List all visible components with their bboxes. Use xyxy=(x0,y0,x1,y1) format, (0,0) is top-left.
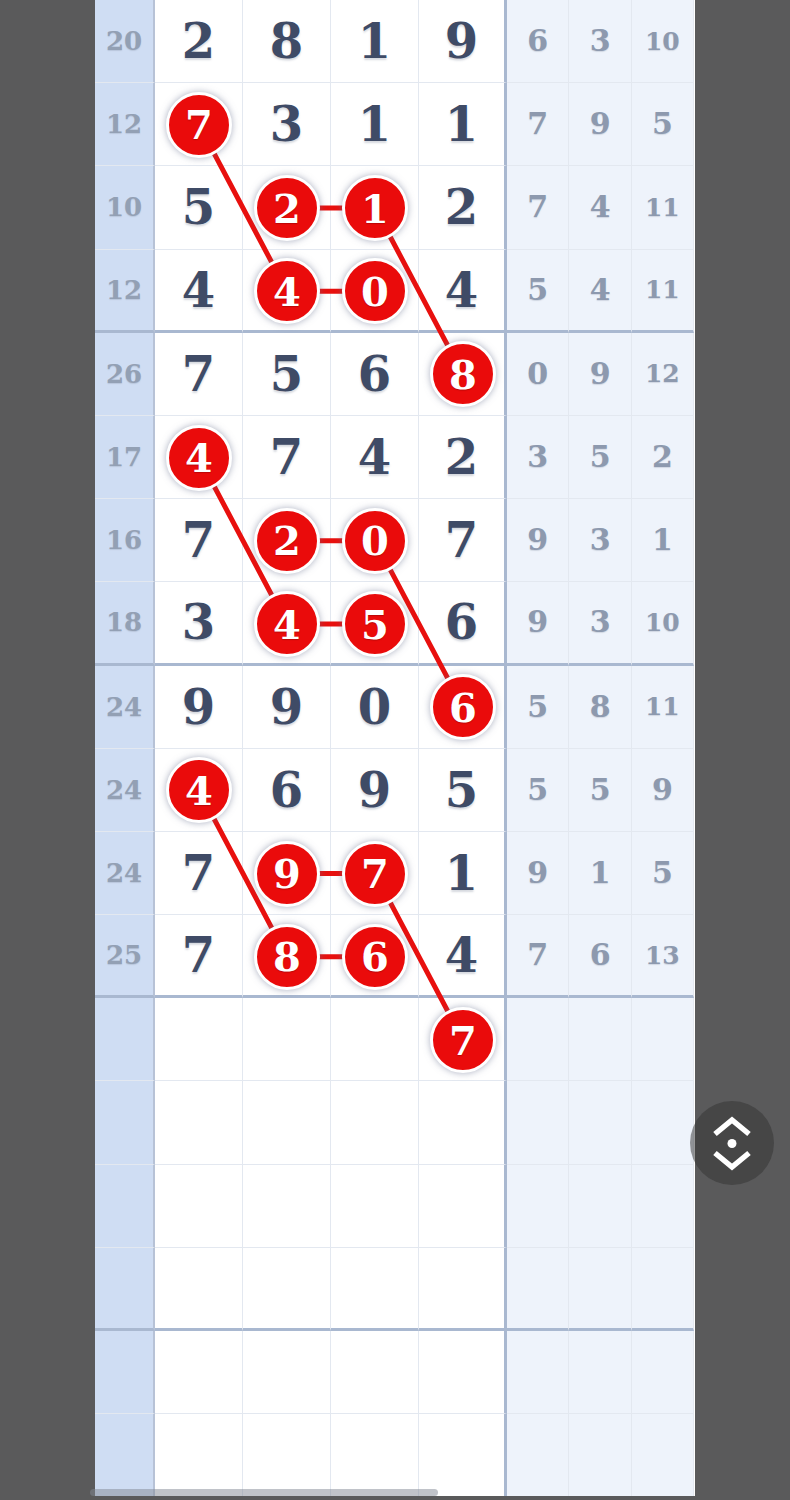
circled-number: 6 xyxy=(342,924,408,990)
stat-cell: 10 xyxy=(632,0,694,83)
empty-stat-cell xyxy=(569,1081,631,1164)
digit-cell: 6 xyxy=(419,582,507,665)
circled-number: 7 xyxy=(430,1007,496,1073)
digit-cell: 2 xyxy=(419,416,507,499)
horizontal-scrollbar-thumb[interactable] xyxy=(90,1489,438,1496)
stat-cell: 7 xyxy=(507,83,569,166)
digit-cell: 7 xyxy=(419,499,507,582)
digit-cell: 5 xyxy=(419,749,507,832)
stat-cell: 11 xyxy=(632,166,694,249)
stat-cell: 6 xyxy=(569,915,631,998)
empty-stat-cell xyxy=(507,1248,569,1331)
empty-stat-cell xyxy=(569,1248,631,1331)
stat-cell: 10 xyxy=(632,582,694,665)
empty-digit-cell xyxy=(419,1081,507,1164)
sum-cell: 18 xyxy=(95,582,155,665)
empty-digit-cell xyxy=(419,1165,507,1248)
circled-number: 6 xyxy=(430,674,496,740)
stat-cell: 9 xyxy=(632,749,694,832)
stat-cell: 5 xyxy=(569,749,631,832)
empty-stat-cell xyxy=(632,998,694,1081)
circled-number: 4 xyxy=(254,591,320,657)
stat-cell: 9 xyxy=(507,582,569,665)
stat-cell: 3 xyxy=(507,416,569,499)
stat-cell: 9 xyxy=(507,832,569,915)
stat-cell: 2 xyxy=(632,416,694,499)
circled-number: 1 xyxy=(342,175,408,241)
dot-icon xyxy=(728,1139,737,1148)
digit-cell: 7 xyxy=(155,832,243,915)
stat-cell: 8 xyxy=(569,666,631,749)
stat-cell: 5 xyxy=(507,250,569,333)
empty-digit-cell xyxy=(331,1331,419,1414)
chevron-up-icon xyxy=(715,1120,749,1134)
circled-number: 7 xyxy=(342,841,408,907)
stat-cell: 3 xyxy=(569,582,631,665)
stat-cell: 5 xyxy=(507,749,569,832)
empty-stat-cell xyxy=(569,1414,631,1497)
empty-digit-cell xyxy=(419,1414,507,1497)
empty-digit-cell xyxy=(243,1248,331,1331)
digit-cell: 1 xyxy=(419,83,507,166)
sum-cell: 17 xyxy=(95,416,155,499)
circled-number: 5 xyxy=(342,591,408,657)
circled-number: 0 xyxy=(342,508,408,574)
digit-cell: 1 xyxy=(331,0,419,83)
empty-digit-cell xyxy=(243,1414,331,1497)
stat-cell: 7 xyxy=(507,166,569,249)
stat-cell: 9 xyxy=(569,83,631,166)
empty-stat-cell xyxy=(632,1081,694,1164)
empty-digit-cell xyxy=(155,998,243,1081)
empty-stat-cell xyxy=(569,1165,631,1248)
digit-cell: 5 xyxy=(155,166,243,249)
digit-cell: 6 xyxy=(331,333,419,416)
circled-number: 4 xyxy=(254,258,320,324)
stat-cell: 5 xyxy=(632,83,694,166)
empty-digit-cell xyxy=(331,998,419,1081)
circled-number: 8 xyxy=(430,341,496,407)
stat-cell: 9 xyxy=(507,499,569,582)
digit-cell: 9 xyxy=(243,666,331,749)
empty-digit-cell xyxy=(155,1414,243,1497)
digit-cell: 3 xyxy=(155,582,243,665)
digit-cell: 1 xyxy=(331,83,419,166)
empty-stat-cell xyxy=(507,1331,569,1414)
empty-stat-cell xyxy=(507,1165,569,1248)
empty-stat-cell xyxy=(632,1414,694,1497)
stat-cell: 4 xyxy=(569,250,631,333)
sum-cell: 24 xyxy=(95,749,155,832)
empty-sum-cell xyxy=(95,1081,155,1164)
empty-sum-cell xyxy=(95,998,155,1081)
stat-cell: 12 xyxy=(632,333,694,416)
empty-digit-cell xyxy=(155,1331,243,1414)
digit-cell: 4 xyxy=(419,915,507,998)
stat-cell: 6 xyxy=(507,0,569,83)
stat-cell: 5 xyxy=(507,666,569,749)
sum-cell: 26 xyxy=(95,333,155,416)
empty-digit-cell xyxy=(331,1081,419,1164)
empty-sum-cell xyxy=(95,1331,155,1414)
digit-cell: 2 xyxy=(419,166,507,249)
stat-cell: 1 xyxy=(569,832,631,915)
digit-cell: 8 xyxy=(243,0,331,83)
circled-number: 4 xyxy=(166,757,232,823)
digit-cell: 3 xyxy=(243,83,331,166)
stat-cell: 5 xyxy=(632,832,694,915)
empty-stat-cell xyxy=(632,1331,694,1414)
digit-cell: 5 xyxy=(243,333,331,416)
empty-stat-cell xyxy=(507,998,569,1081)
circled-number: 7 xyxy=(166,92,232,158)
empty-digit-cell xyxy=(419,1248,507,1331)
empty-stat-cell xyxy=(569,998,631,1081)
digit-cell: 7 xyxy=(155,499,243,582)
sum-cell: 20 xyxy=(95,0,155,83)
empty-digit-cell xyxy=(243,1331,331,1414)
chevron-down-icon xyxy=(715,1153,749,1167)
bottom-edge-strip xyxy=(0,1496,790,1500)
circled-number: 8 xyxy=(254,924,320,990)
digit-cell: 7 xyxy=(243,416,331,499)
empty-digit-cell xyxy=(331,1414,419,1497)
stat-cell: 1 xyxy=(632,499,694,582)
stat-cell: 11 xyxy=(632,250,694,333)
stat-cell: 7 xyxy=(507,915,569,998)
sum-cell: 24 xyxy=(95,832,155,915)
digit-cell: 7 xyxy=(155,915,243,998)
stat-cell: 3 xyxy=(569,0,631,83)
circled-number: 0 xyxy=(342,258,408,324)
sum-cell: 24 xyxy=(95,666,155,749)
empty-stat-cell xyxy=(507,1414,569,1497)
stat-cell: 4 xyxy=(569,166,631,249)
stat-cell: 3 xyxy=(569,499,631,582)
empty-stat-cell xyxy=(632,1248,694,1331)
stat-cell: 9 xyxy=(569,333,631,416)
empty-sum-cell xyxy=(95,1165,155,1248)
circled-number: 4 xyxy=(166,425,232,491)
digit-cell: 9 xyxy=(419,0,507,83)
digit-cell: 9 xyxy=(331,749,419,832)
empty-sum-cell xyxy=(95,1414,155,1497)
empty-digit-cell xyxy=(419,1331,507,1414)
empty-digit-cell xyxy=(331,1248,419,1331)
empty-digit-cell xyxy=(155,1248,243,1331)
circled-number: 9 xyxy=(254,841,320,907)
digit-cell: 6 xyxy=(243,749,331,832)
empty-digit-cell xyxy=(155,1165,243,1248)
stat-cell: 0 xyxy=(507,333,569,416)
circled-number: 2 xyxy=(254,508,320,574)
empty-digit-cell xyxy=(155,1081,243,1164)
empty-digit-cell xyxy=(243,1165,331,1248)
empty-stat-cell xyxy=(569,1331,631,1414)
digit-cell: 7 xyxy=(155,333,243,416)
empty-sum-cell xyxy=(95,1248,155,1331)
digit-cell: 9 xyxy=(155,666,243,749)
digit-cell: 4 xyxy=(331,416,419,499)
empty-digit-cell xyxy=(331,1165,419,1248)
stat-cell: 11 xyxy=(632,666,694,749)
sum-cell: 25 xyxy=(95,915,155,998)
digit-cell: 2 xyxy=(155,0,243,83)
empty-stat-cell xyxy=(632,1165,694,1248)
empty-digit-cell xyxy=(243,1081,331,1164)
sum-cell: 10 xyxy=(95,166,155,249)
digit-cell: 0 xyxy=(331,666,419,749)
sum-cell: 12 xyxy=(95,83,155,166)
scroll-toggle-button[interactable] xyxy=(690,1101,774,1185)
circled-number: 2 xyxy=(254,175,320,241)
sum-cell: 12 xyxy=(95,250,155,333)
digit-cell: 1 xyxy=(419,832,507,915)
stat-cell: 13 xyxy=(632,915,694,998)
stat-cell: 5 xyxy=(569,416,631,499)
digit-cell: 4 xyxy=(419,250,507,333)
empty-stat-cell xyxy=(507,1081,569,1164)
digit-cell: 4 xyxy=(155,250,243,333)
empty-digit-cell xyxy=(243,998,331,1081)
sum-cell: 16 xyxy=(95,499,155,582)
